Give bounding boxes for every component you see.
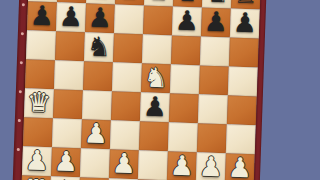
white-pawn: ♟ xyxy=(169,150,194,180)
white-pawn: ♟ xyxy=(198,151,223,180)
square-a5[interactable] xyxy=(25,59,55,89)
square-c4[interactable] xyxy=(82,90,112,120)
bar-dot xyxy=(17,148,20,151)
square-e4[interactable]: ♟ xyxy=(140,92,170,122)
square-f5[interactable] xyxy=(170,64,200,94)
square-d3[interactable] xyxy=(110,120,140,150)
square-a7[interactable]: ♟ xyxy=(27,1,57,31)
square-f6[interactable] xyxy=(171,35,201,65)
white-knight: ♞ xyxy=(143,62,168,92)
white-pawn: ♟ xyxy=(111,148,136,178)
square-a1[interactable]: ♜ xyxy=(21,175,51,180)
square-c7[interactable]: ♟ xyxy=(85,3,115,33)
black-pawn: ♟ xyxy=(142,91,167,121)
black-pawn: ♟ xyxy=(203,6,228,36)
black-pawn: ♟ xyxy=(174,5,199,35)
bar-dot xyxy=(21,32,24,35)
square-h2[interactable]: ♟ xyxy=(225,153,255,180)
square-b6[interactable] xyxy=(55,31,85,61)
square-e1[interactable]: ♚ xyxy=(137,179,167,180)
square-f2[interactable]: ♟ xyxy=(167,151,197,180)
bar-dot xyxy=(18,119,21,122)
board-frame: ♜♝♛♚♝♞♜♟♟♟♟♟♟♞♞♛♟♟♟♟♟♟♟♟♜♞♝♚♝♜ xyxy=(0,0,320,180)
black-knight: ♞ xyxy=(86,31,111,61)
square-h4[interactable] xyxy=(227,95,257,125)
square-h7[interactable]: ♟ xyxy=(230,8,260,38)
square-b5[interactable] xyxy=(54,60,84,90)
square-b3[interactable] xyxy=(52,118,82,148)
square-g7[interactable]: ♟ xyxy=(201,7,231,37)
white-bishop: ♝ xyxy=(81,176,106,180)
square-d2[interactable]: ♟ xyxy=(109,149,139,179)
square-d4[interactable] xyxy=(111,91,141,121)
square-f4[interactable] xyxy=(169,93,199,123)
square-a3[interactable] xyxy=(23,117,53,147)
white-rook: ♜ xyxy=(23,174,48,180)
square-f7[interactable]: ♟ xyxy=(172,6,202,36)
black-queen: ♛ xyxy=(117,0,142,4)
square-e6[interactable] xyxy=(142,34,172,64)
square-b2[interactable]: ♟ xyxy=(51,147,81,177)
square-h6[interactable] xyxy=(229,37,259,67)
bar-dot xyxy=(20,61,23,64)
square-a4[interactable]: ♛ xyxy=(24,88,54,118)
white-queen: ♛ xyxy=(26,87,51,117)
black-king: ♚ xyxy=(146,0,171,5)
square-b4[interactable] xyxy=(53,89,83,119)
black-pawn: ♟ xyxy=(29,0,54,30)
square-g5[interactable] xyxy=(199,65,229,95)
white-pawn: ♟ xyxy=(24,145,49,175)
square-c5[interactable] xyxy=(83,61,113,91)
white-pawn: ♟ xyxy=(227,152,252,180)
square-d5[interactable] xyxy=(112,62,142,92)
black-pawn: ♟ xyxy=(232,8,257,38)
white-pawn: ♟ xyxy=(53,146,78,176)
square-d6[interactable] xyxy=(113,33,143,63)
square-g4[interactable] xyxy=(198,94,228,124)
square-g6[interactable] xyxy=(200,36,230,66)
square-b1[interactable]: ♞ xyxy=(50,176,80,180)
chess-board: ♜♝♛♚♝♞♜♟♟♟♟♟♟♞♞♛♟♟♟♟♟♟♟♟♜♞♝♚♝♜ xyxy=(21,0,261,180)
square-b7[interactable]: ♟ xyxy=(56,2,86,32)
square-e2[interactable] xyxy=(138,150,168,180)
square-h5[interactable] xyxy=(228,66,258,96)
square-c2[interactable] xyxy=(80,148,110,178)
square-e7[interactable] xyxy=(143,5,173,35)
square-a2[interactable]: ♟ xyxy=(22,146,52,176)
bar-dot xyxy=(19,90,22,93)
white-pawn: ♟ xyxy=(83,118,108,148)
square-c1[interactable]: ♝ xyxy=(79,177,109,180)
square-h3[interactable] xyxy=(226,124,256,154)
bar-dot xyxy=(22,3,25,6)
square-a6[interactable] xyxy=(26,30,56,60)
square-e8[interactable]: ♚ xyxy=(144,0,174,6)
square-g3[interactable] xyxy=(197,123,227,153)
white-king: ♚ xyxy=(139,178,164,180)
white-bishop: ♝ xyxy=(168,179,193,180)
square-d7[interactable] xyxy=(114,4,144,34)
square-c3[interactable]: ♟ xyxy=(81,119,111,149)
video-frame: ♜♝♛♚♝♞♜♟♟♟♟♟♟♞♞♛♟♟♟♟♟♟♟♟♜♞♝♚♝♜ xyxy=(0,0,320,180)
black-pawn: ♟ xyxy=(58,1,83,31)
square-f3[interactable] xyxy=(168,122,198,152)
square-e3[interactable] xyxy=(139,121,169,151)
white-knight: ♞ xyxy=(52,175,77,180)
black-pawn: ♟ xyxy=(87,2,112,32)
square-c6[interactable]: ♞ xyxy=(84,32,114,62)
square-e5[interactable]: ♞ xyxy=(141,63,171,93)
square-g2[interactable]: ♟ xyxy=(196,152,226,180)
